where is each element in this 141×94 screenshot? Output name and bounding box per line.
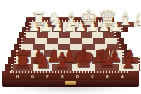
board-square: ♟ [92,57,107,64]
board-square: ♟ [46,57,61,64]
rank-squares: ♜♞♝♚♛♝♞♜ [13,64,140,71]
frame-right [121,27,127,32]
frame-right [122,50,130,57]
file-label-row: HGFEDCBA [10,73,129,80]
board-square [18,50,31,57]
file-label: H [15,75,22,78]
frame-left [11,50,19,57]
board-square [57,50,70,57]
product-photo: ♜♞♝♚♛♝♞♜♟♟♟♟♟♟♟♟♟♟♟♟♟♟♟♟♜♞♝♚♛♝♞♜ HGFEDCB… [0,0,140,94]
chess-board: ♜♞♝♚♛♝♞♜♟♟♟♟♟♟♟♟♟♟♟♟♟♟♟♟♜♞♝♚♛♝♞♜ HGFEDCB… [0,17,140,87]
brass-clasp-icon [65,81,76,85]
board-square [31,50,44,57]
frame-right [138,57,140,64]
board-square: ♞ [33,64,53,71]
board-rank: ♜♞♝♚♛♝♞♜ [5,64,136,71]
file-label: B [104,75,111,78]
board-square [70,50,83,57]
board-near-frame: HGFEDCBA [2,71,139,80]
file-label: D [74,75,81,78]
board-square: ♜ [13,64,33,71]
white-knight-piece: ♞ [134,10,141,28]
board-square [96,50,109,57]
file-label: C [89,75,96,78]
board-rank: ♟♟♟♟♟♟♟♟ [8,57,133,64]
white-bishop-piece: ♝ [117,10,133,28]
board-square: ♞ [139,64,141,71]
board-square [44,50,57,57]
frame-left [8,57,16,64]
file-label: A [119,75,126,78]
board-square: ♟ [122,57,137,64]
board-square: ♝ [52,64,72,71]
board-square: ♚ [72,64,95,71]
file-label: F [44,75,51,78]
board-square: ♟ [107,57,122,64]
board-square: ♟ [77,57,92,64]
board-square [109,50,122,57]
board-square: ♛ [95,64,118,71]
frame-left [5,64,14,71]
board-rank [11,50,130,57]
board-square: ♟ [61,57,76,64]
box-front-edge [2,80,139,87]
board-squares: ♜♞♝♚♛♝♞♜♟♟♟♟♟♟♟♟♟♟♟♟♟♟♟♟♜♞♝♚♛♝♞♜ [5,22,136,71]
board-square: ♟ [16,57,31,64]
board-square: ♝ [119,64,139,71]
board-square: ♞ [134,22,141,27]
rank-squares: ♟♟♟♟♟♟♟♟ [16,57,138,64]
file-label: G [29,75,36,78]
rank-squares [18,50,122,57]
board-square: ♟ [31,57,46,64]
file-label: E [59,75,66,78]
board-square [83,50,96,57]
